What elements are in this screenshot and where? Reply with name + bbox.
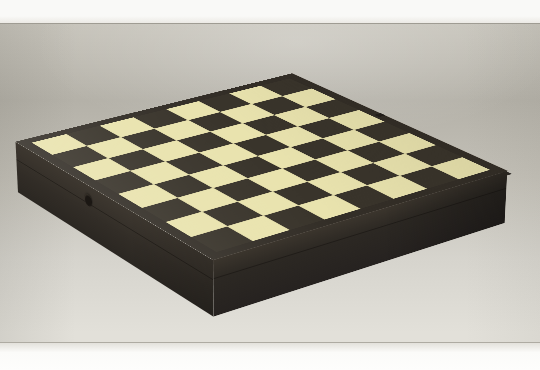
board-square bbox=[154, 175, 212, 198]
board-square bbox=[118, 184, 176, 207]
board-square bbox=[341, 163, 399, 185]
board-square bbox=[273, 182, 332, 205]
scene bbox=[0, 0, 540, 370]
chess-box bbox=[16, 73, 508, 260]
board-square bbox=[203, 202, 263, 226]
board-square bbox=[166, 153, 222, 174]
board-square bbox=[239, 192, 298, 216]
board-square bbox=[308, 172, 366, 194]
board-square bbox=[334, 186, 393, 209]
board-square bbox=[248, 169, 306, 191]
board-square bbox=[264, 206, 324, 230]
board-square bbox=[131, 162, 188, 184]
board-square bbox=[166, 212, 227, 237]
board-square bbox=[191, 226, 253, 252]
board-square bbox=[96, 171, 153, 193]
board-square bbox=[74, 159, 130, 181]
board-square bbox=[214, 178, 272, 201]
latch-knob-icon bbox=[84, 192, 92, 208]
board-square bbox=[432, 157, 490, 179]
board-square bbox=[374, 154, 431, 175]
board-square bbox=[299, 195, 359, 219]
board-square bbox=[224, 156, 281, 178]
lid-notch bbox=[374, 113, 385, 117]
board-square bbox=[400, 167, 458, 189]
board-square bbox=[282, 160, 339, 182]
board-square bbox=[367, 176, 426, 199]
board-square bbox=[228, 216, 289, 241]
board-square bbox=[142, 198, 201, 222]
board-square bbox=[178, 188, 237, 211]
product-photo bbox=[0, 0, 540, 370]
board-square bbox=[190, 165, 247, 187]
